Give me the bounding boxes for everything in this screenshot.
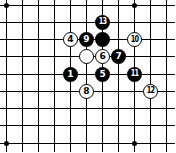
board-intersection xyxy=(46,83,62,100)
board-intersection xyxy=(0,83,14,100)
stone-white-plain xyxy=(79,49,94,64)
stone-move-number: 9 xyxy=(83,35,89,44)
board-intersection xyxy=(159,100,175,117)
board-intersection: 1 xyxy=(62,65,78,82)
board-intersection xyxy=(95,0,111,14)
board-intersection xyxy=(14,83,30,100)
board-intersection xyxy=(62,0,78,14)
board-intersection xyxy=(46,31,62,48)
board-intersection xyxy=(111,100,127,117)
board-intersection xyxy=(62,48,78,65)
board-intersection xyxy=(78,65,94,82)
stone-black-1: 1 xyxy=(63,67,78,82)
stone-black-plain xyxy=(95,32,110,47)
board-intersection xyxy=(14,65,30,82)
board-intersection xyxy=(46,117,62,134)
board-intersection xyxy=(95,100,111,117)
board-intersection xyxy=(30,48,46,65)
board-intersection: 8 xyxy=(78,83,94,100)
board-intersection xyxy=(46,100,62,117)
board-intersection-star xyxy=(0,135,14,152)
board-intersection xyxy=(111,83,127,100)
board-intersection: 11 xyxy=(127,65,143,82)
board-intersection xyxy=(78,100,94,117)
board-intersection xyxy=(0,65,14,82)
board-intersection xyxy=(62,135,78,152)
board-intersection xyxy=(78,117,94,134)
board-intersection xyxy=(143,31,159,48)
board-intersection xyxy=(159,117,175,134)
stone-move-number: 7 xyxy=(116,52,122,61)
stone-white-10: 10 xyxy=(127,32,142,47)
board-intersection xyxy=(30,14,46,31)
board-intersection xyxy=(127,117,143,134)
board-intersection xyxy=(111,0,127,14)
board-intersection xyxy=(111,135,127,152)
board-intersection xyxy=(127,14,143,31)
board-intersection xyxy=(46,0,62,14)
board-intersection xyxy=(143,0,159,14)
board-intersection xyxy=(30,135,46,152)
stone-move-number: 4 xyxy=(67,35,73,44)
board-intersection xyxy=(111,14,127,31)
board-intersection xyxy=(0,14,14,31)
board-intersection xyxy=(159,83,175,100)
board-intersection xyxy=(46,14,62,31)
board-intersection xyxy=(111,65,127,82)
board-intersection: 13 xyxy=(95,14,111,31)
board-intersection xyxy=(14,0,30,14)
board-intersection xyxy=(14,48,30,65)
board-intersection xyxy=(62,14,78,31)
board-intersection xyxy=(62,100,78,117)
board-intersection: 7 xyxy=(111,48,127,65)
stone-black-7: 7 xyxy=(111,49,126,64)
board-intersection: 9 xyxy=(78,31,94,48)
board-intersection xyxy=(46,135,62,152)
board-intersection xyxy=(143,117,159,134)
board-intersection-star xyxy=(127,135,143,152)
stone-move-number: 13 xyxy=(99,18,106,26)
board-intersection xyxy=(14,14,30,31)
board-intersection xyxy=(127,83,143,100)
board-intersection xyxy=(95,31,111,48)
stone-move-number: 12 xyxy=(147,87,154,95)
board-intersection xyxy=(14,135,30,152)
stone-black-11: 11 xyxy=(127,67,142,82)
board-diagram: 134910671511812 xyxy=(0,0,176,153)
stone-move-number: 8 xyxy=(83,87,89,96)
board-intersection xyxy=(14,31,30,48)
board-intersection xyxy=(30,0,46,14)
board-intersection xyxy=(143,65,159,82)
board-intersection xyxy=(30,83,46,100)
board-intersection xyxy=(30,100,46,117)
stone-move-number: 10 xyxy=(131,36,138,44)
board-intersection xyxy=(78,0,94,14)
board-intersection xyxy=(127,48,143,65)
board-intersection xyxy=(46,65,62,82)
board-intersection xyxy=(14,117,30,134)
board-intersection: 5 xyxy=(95,65,111,82)
stone-black-9: 9 xyxy=(79,32,94,47)
board-intersection xyxy=(95,83,111,100)
board-intersection xyxy=(127,100,143,117)
go-board-grid: 134910671511812 xyxy=(0,0,175,152)
stone-move-number: 5 xyxy=(99,70,105,79)
board-intersection xyxy=(159,14,175,31)
board-intersection xyxy=(0,117,14,134)
stone-white-12: 12 xyxy=(143,84,158,99)
board-intersection xyxy=(159,65,175,82)
stone-white-6: 6 xyxy=(95,49,110,64)
stone-black-5: 5 xyxy=(95,67,110,82)
board-intersection: 6 xyxy=(95,48,111,65)
board-intersection xyxy=(62,83,78,100)
board-intersection xyxy=(30,65,46,82)
stone-move-number: 1 xyxy=(67,70,73,79)
board-intersection xyxy=(143,135,159,152)
board-intersection xyxy=(143,100,159,117)
board-intersection xyxy=(46,48,62,65)
board-intersection xyxy=(30,31,46,48)
board-intersection xyxy=(0,48,14,65)
board-intersection xyxy=(95,117,111,134)
board-intersection-star xyxy=(0,0,14,14)
board-intersection xyxy=(30,117,46,134)
board-intersection xyxy=(159,0,175,14)
board-intersection xyxy=(78,14,94,31)
board-intersection: 4 xyxy=(62,31,78,48)
board-intersection xyxy=(159,31,175,48)
stone-white-4: 4 xyxy=(63,32,78,47)
board-intersection: 10 xyxy=(127,31,143,48)
stone-move-number: 11 xyxy=(131,70,138,78)
board-intersection xyxy=(95,135,111,152)
board-intersection xyxy=(159,48,175,65)
board-intersection xyxy=(78,48,94,65)
board-intersection xyxy=(62,117,78,134)
board-intersection xyxy=(159,135,175,152)
stone-move-number: 6 xyxy=(99,52,105,61)
board-intersection xyxy=(143,48,159,65)
board-intersection xyxy=(0,100,14,117)
board-intersection xyxy=(111,31,127,48)
board-intersection-star xyxy=(127,0,143,14)
board-intersection: 12 xyxy=(143,83,159,100)
board-intersection xyxy=(111,117,127,134)
board-intersection xyxy=(14,100,30,117)
stone-black-13: 13 xyxy=(95,15,110,30)
stone-white-8: 8 xyxy=(79,84,94,99)
board-intersection xyxy=(78,135,94,152)
board-intersection xyxy=(143,14,159,31)
board-intersection xyxy=(0,31,14,48)
